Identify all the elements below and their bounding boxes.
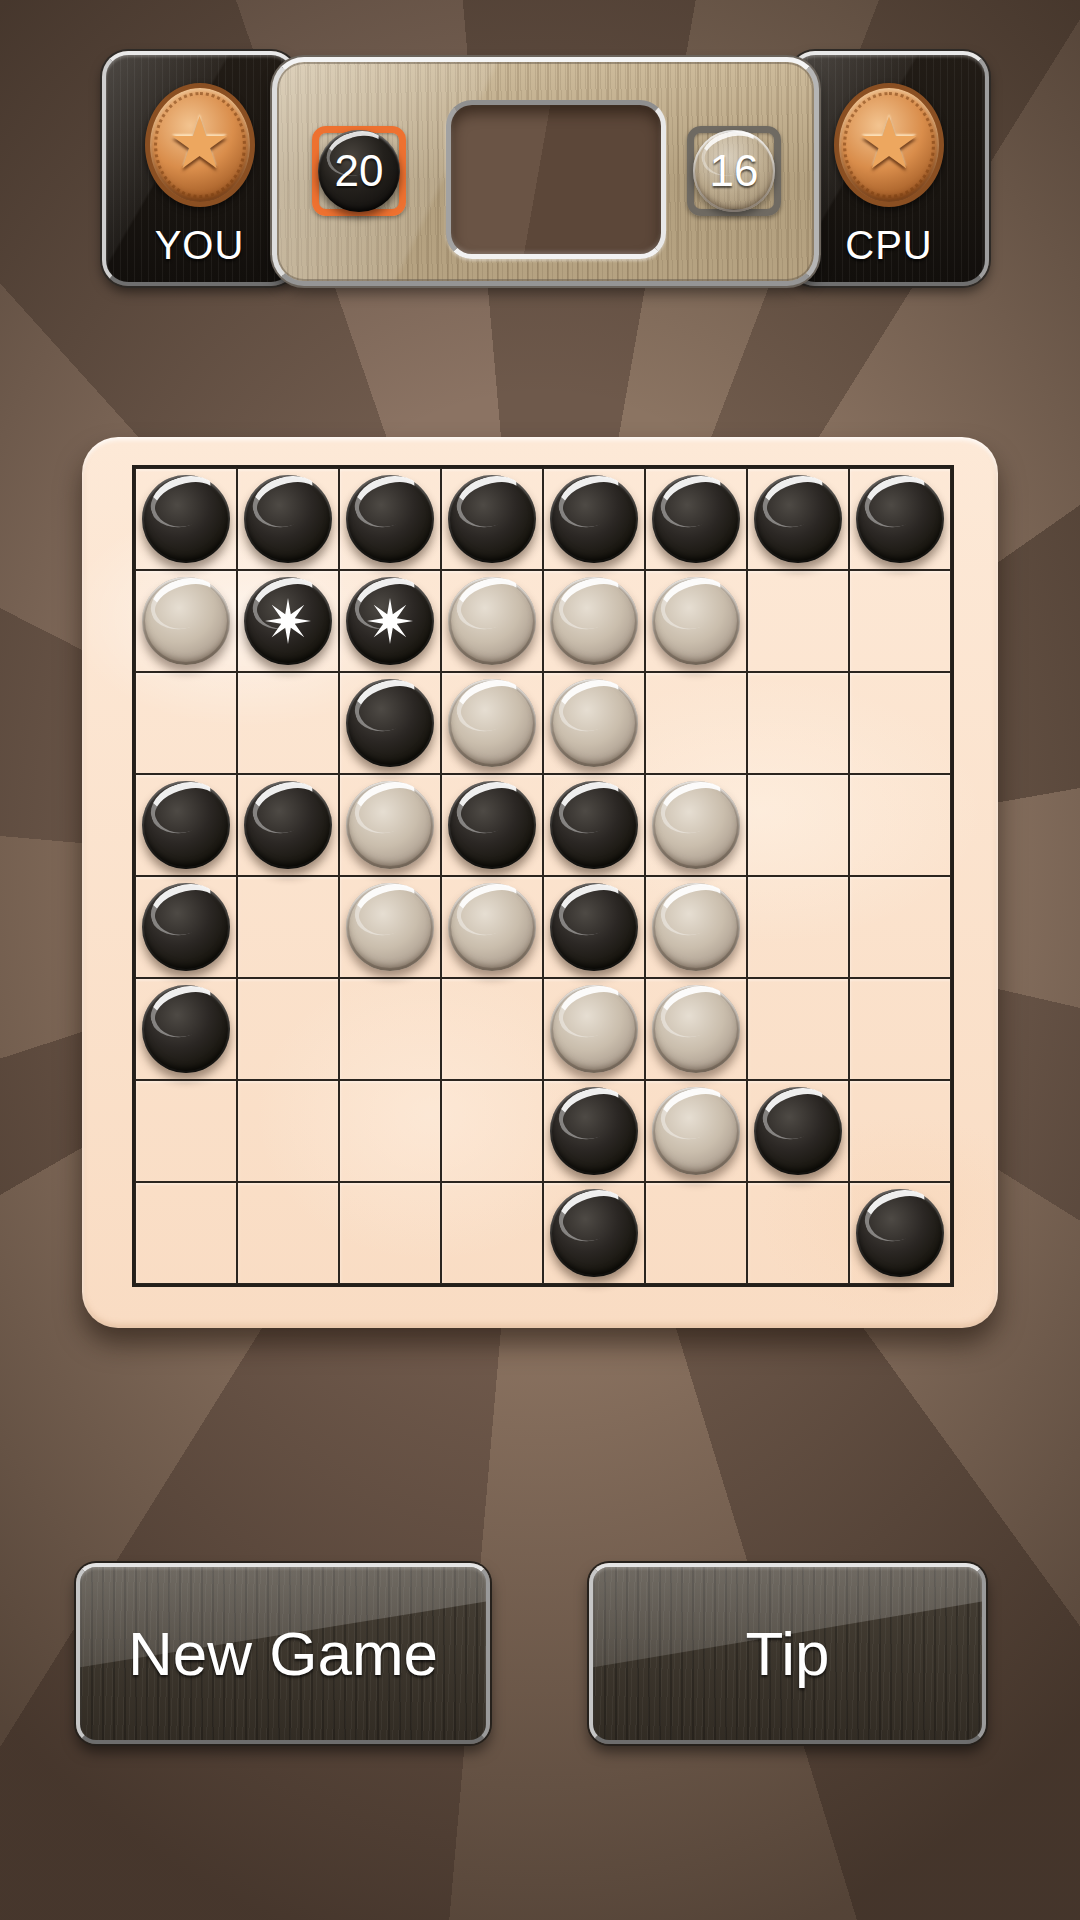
black-disc bbox=[346, 679, 434, 767]
star-icon: ★ bbox=[857, 107, 922, 179]
score-you: 20 bbox=[335, 146, 384, 196]
othello-app-screen: { "game": "othello", "position": "BBBBBB… bbox=[0, 0, 1080, 1920]
player-panel-you: ★ YOU bbox=[102, 51, 297, 286]
cell-b2[interactable] bbox=[237, 570, 339, 672]
black-disc bbox=[550, 1087, 638, 1175]
disc-shine bbox=[348, 875, 429, 943]
cell-a1[interactable] bbox=[135, 468, 237, 570]
disc-shine bbox=[246, 467, 327, 535]
cell-f7[interactable] bbox=[645, 1080, 747, 1182]
cell-h3[interactable] bbox=[849, 672, 951, 774]
cell-c2[interactable] bbox=[339, 570, 441, 672]
score-panel: 20 16 bbox=[272, 57, 819, 286]
cell-g7[interactable] bbox=[747, 1080, 849, 1182]
cell-b4[interactable] bbox=[237, 774, 339, 876]
cell-f3[interactable] bbox=[645, 672, 747, 774]
disc-shine bbox=[144, 977, 225, 1045]
score-cpu: 16 bbox=[710, 146, 759, 196]
cell-e5[interactable] bbox=[543, 876, 645, 978]
cell-h6[interactable] bbox=[849, 978, 951, 1080]
disc-shine bbox=[858, 467, 939, 535]
cell-c1[interactable] bbox=[339, 468, 441, 570]
black-disc bbox=[244, 577, 332, 665]
bronze-star-medal-icon: ★ bbox=[834, 83, 944, 207]
disc-shine bbox=[654, 569, 735, 637]
cell-b1[interactable] bbox=[237, 468, 339, 570]
disc-shine bbox=[348, 467, 429, 535]
cell-d7[interactable] bbox=[441, 1080, 543, 1182]
cell-b5[interactable] bbox=[237, 876, 339, 978]
disc-shine bbox=[348, 773, 429, 841]
white-disc bbox=[652, 985, 740, 1073]
disc-shine bbox=[654, 467, 735, 535]
cell-d6[interactable] bbox=[441, 978, 543, 1080]
disc-shine bbox=[552, 977, 633, 1045]
turn-indicator-you: 20 bbox=[312, 126, 406, 216]
cell-b7[interactable] bbox=[237, 1080, 339, 1182]
white-disc bbox=[652, 577, 740, 665]
cell-g8[interactable] bbox=[747, 1182, 849, 1284]
disc-shine bbox=[552, 467, 633, 535]
disc-shine bbox=[552, 1181, 633, 1249]
cell-a7[interactable] bbox=[135, 1080, 237, 1182]
disc-shine bbox=[144, 467, 225, 535]
cell-h8[interactable] bbox=[849, 1182, 951, 1284]
disc-shine bbox=[450, 875, 531, 943]
cell-f1[interactable] bbox=[645, 468, 747, 570]
black-disc bbox=[244, 781, 332, 869]
player-label-you: YOU bbox=[106, 223, 293, 268]
disc-shine bbox=[450, 671, 531, 739]
disc-shine bbox=[450, 773, 531, 841]
black-disc bbox=[550, 883, 638, 971]
white-disc bbox=[448, 679, 536, 767]
cell-c8[interactable] bbox=[339, 1182, 441, 1284]
white-disc bbox=[448, 883, 536, 971]
cell-c3[interactable] bbox=[339, 672, 441, 774]
black-disc bbox=[856, 1189, 944, 1277]
white-disc bbox=[652, 883, 740, 971]
white-disc bbox=[652, 781, 740, 869]
cell-e1[interactable] bbox=[543, 468, 645, 570]
cell-f5[interactable] bbox=[645, 876, 747, 978]
cell-g2[interactable] bbox=[747, 570, 849, 672]
disc-shine bbox=[450, 569, 531, 637]
tip-button-label: Tip bbox=[746, 1618, 830, 1689]
disc-shine bbox=[756, 1079, 837, 1147]
sparkle-icon bbox=[265, 598, 311, 644]
cell-g4[interactable] bbox=[747, 774, 849, 876]
white-disc bbox=[346, 883, 434, 971]
new-game-button[interactable]: New Game bbox=[76, 1563, 490, 1744]
disc-shine bbox=[348, 671, 429, 739]
black-disc bbox=[448, 475, 536, 563]
star-icon: ★ bbox=[167, 107, 232, 179]
tip-button[interactable]: Tip bbox=[589, 1563, 986, 1744]
disc-shine bbox=[858, 1181, 939, 1249]
black-disc bbox=[142, 985, 230, 1073]
cell-g5[interactable] bbox=[747, 876, 849, 978]
cell-d5[interactable] bbox=[441, 876, 543, 978]
cell-e8[interactable] bbox=[543, 1182, 645, 1284]
cell-d8[interactable] bbox=[441, 1182, 543, 1284]
cell-c7[interactable] bbox=[339, 1080, 441, 1182]
black-disc bbox=[142, 475, 230, 563]
cell-e7[interactable] bbox=[543, 1080, 645, 1182]
disc-shine bbox=[552, 773, 633, 841]
disc-shine bbox=[450, 467, 531, 535]
cell-g6[interactable] bbox=[747, 978, 849, 1080]
white-disc bbox=[550, 679, 638, 767]
disc-shine bbox=[654, 773, 735, 841]
cell-d4[interactable] bbox=[441, 774, 543, 876]
black-disc bbox=[652, 475, 740, 563]
cell-f8[interactable] bbox=[645, 1182, 747, 1284]
white-score-disc: 16 bbox=[693, 130, 775, 212]
disc-shine bbox=[144, 875, 225, 943]
cell-e4[interactable] bbox=[543, 774, 645, 876]
sparkle-icon bbox=[367, 598, 413, 644]
disc-shine bbox=[144, 773, 225, 841]
black-disc bbox=[754, 475, 842, 563]
center-window bbox=[446, 100, 666, 259]
cell-g3[interactable] bbox=[747, 672, 849, 774]
disc-shine bbox=[756, 467, 837, 535]
cell-g1[interactable] bbox=[747, 468, 849, 570]
cell-d2[interactable] bbox=[441, 570, 543, 672]
disc-shine bbox=[654, 875, 735, 943]
cell-h1[interactable] bbox=[849, 468, 951, 570]
cell-f4[interactable] bbox=[645, 774, 747, 876]
cell-a5[interactable] bbox=[135, 876, 237, 978]
cell-h2[interactable] bbox=[849, 570, 951, 672]
new-game-button-label: New Game bbox=[128, 1618, 438, 1689]
black-disc bbox=[856, 475, 944, 563]
white-disc bbox=[550, 985, 638, 1073]
cell-f6[interactable] bbox=[645, 978, 747, 1080]
black-disc bbox=[346, 577, 434, 665]
white-disc bbox=[652, 1087, 740, 1175]
disc-shine bbox=[654, 977, 735, 1045]
black-disc bbox=[142, 781, 230, 869]
cell-h7[interactable] bbox=[849, 1080, 951, 1182]
player-panel-cpu: ★ CPU bbox=[789, 51, 989, 286]
cell-a8[interactable] bbox=[135, 1182, 237, 1284]
cell-e6[interactable] bbox=[543, 978, 645, 1080]
cell-d1[interactable] bbox=[441, 468, 543, 570]
cell-e2[interactable] bbox=[543, 570, 645, 672]
cell-c6[interactable] bbox=[339, 978, 441, 1080]
cell-d3[interactable] bbox=[441, 672, 543, 774]
white-disc bbox=[346, 781, 434, 869]
disc-shine bbox=[552, 671, 633, 739]
black-score-disc: 20 bbox=[318, 130, 400, 212]
cell-b3[interactable] bbox=[237, 672, 339, 774]
black-disc bbox=[142, 883, 230, 971]
disc-shine bbox=[654, 1079, 735, 1147]
black-disc bbox=[346, 475, 434, 563]
white-disc bbox=[448, 577, 536, 665]
cell-a3[interactable] bbox=[135, 672, 237, 774]
cell-c4[interactable] bbox=[339, 774, 441, 876]
white-disc bbox=[550, 577, 638, 665]
cell-f2[interactable] bbox=[645, 570, 747, 672]
player-label-cpu: CPU bbox=[793, 223, 985, 268]
disc-shine bbox=[552, 569, 633, 637]
cell-c5[interactable] bbox=[339, 876, 441, 978]
disc-shine bbox=[246, 773, 327, 841]
cell-b6[interactable] bbox=[237, 978, 339, 1080]
cell-a4[interactable] bbox=[135, 774, 237, 876]
cell-a6[interactable] bbox=[135, 978, 237, 1080]
turn-indicator-cpu: 16 bbox=[687, 126, 781, 216]
board-grid bbox=[132, 465, 954, 1287]
black-disc bbox=[244, 475, 332, 563]
black-disc bbox=[550, 475, 638, 563]
black-disc bbox=[550, 781, 638, 869]
disc-shine bbox=[144, 569, 225, 637]
cell-a2[interactable] bbox=[135, 570, 237, 672]
bronze-star-medal-icon: ★ bbox=[145, 83, 255, 207]
cell-h4[interactable] bbox=[849, 774, 951, 876]
black-disc bbox=[448, 781, 536, 869]
cell-e3[interactable] bbox=[543, 672, 645, 774]
white-disc bbox=[142, 577, 230, 665]
black-disc bbox=[550, 1189, 638, 1277]
disc-shine bbox=[552, 1079, 633, 1147]
cell-b8[interactable] bbox=[237, 1182, 339, 1284]
cell-h5[interactable] bbox=[849, 876, 951, 978]
disc-shine bbox=[552, 875, 633, 943]
black-disc bbox=[754, 1087, 842, 1175]
othello-board bbox=[82, 437, 998, 1328]
